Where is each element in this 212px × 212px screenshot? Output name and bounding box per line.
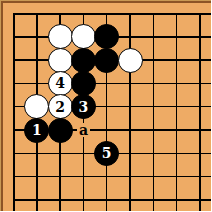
stone-black bbox=[71, 71, 96, 96]
stone-black-3: 3 bbox=[71, 94, 96, 119]
stone-white bbox=[48, 24, 73, 49]
grid-horizontal-line bbox=[13, 83, 212, 85]
stone-black bbox=[94, 24, 119, 49]
board-frame-left-edge bbox=[1, 1, 3, 211]
grid-horizontal-line bbox=[13, 13, 212, 15]
grid-horizontal-line bbox=[13, 176, 212, 178]
point-label-a: a bbox=[77, 123, 90, 137]
stone-black-1: 1 bbox=[24, 118, 49, 143]
stone-white-2: 2 bbox=[48, 94, 73, 119]
stone-white bbox=[71, 24, 96, 49]
grid-vertical-line bbox=[129, 13, 131, 212]
grid-vertical-line bbox=[176, 13, 178, 212]
stone-black bbox=[71, 48, 96, 73]
go-board-diagram: 42315a bbox=[0, 0, 211, 211]
stone-black bbox=[94, 48, 119, 73]
stone-black bbox=[48, 118, 73, 143]
grid-vertical-line bbox=[153, 13, 155, 212]
stone-white-4: 4 bbox=[48, 71, 73, 96]
stone-black-5: 5 bbox=[94, 141, 119, 166]
stone-white bbox=[118, 48, 143, 73]
grid-horizontal-line bbox=[13, 199, 212, 201]
stone-white bbox=[24, 94, 49, 119]
board-frame-top-edge bbox=[1, 1, 211, 3]
grid-vertical-line bbox=[13, 13, 15, 212]
stone-white bbox=[48, 48, 73, 73]
grid-vertical-line bbox=[199, 13, 201, 212]
